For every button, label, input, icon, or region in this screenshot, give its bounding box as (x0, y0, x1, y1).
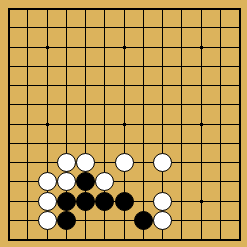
board-cell-5-12[interactable] (95, 230, 114, 247)
board-cell-9-12[interactable] (172, 230, 191, 247)
board-cell-8-4[interactable] (153, 76, 172, 95)
board-cell-6-0[interactable] (114, 0, 133, 18)
board-cell-12-10[interactable] (230, 191, 247, 210)
board-cell-3-9[interactable] (57, 172, 76, 191)
board-cell-3-12[interactable] (57, 230, 76, 247)
board-cell-10-12[interactable] (191, 230, 210, 247)
board-grid (0, 0, 247, 247)
board-cell-9-4[interactable] (172, 76, 191, 95)
board-cell-6-4[interactable] (114, 76, 133, 95)
board-cell-0-1[interactable] (0, 18, 18, 37)
board-cell-4-6[interactable] (76, 114, 95, 133)
go-board (0, 0, 247, 247)
board-cell-4-1[interactable] (76, 18, 95, 37)
board-cell-10-4[interactable] (191, 76, 210, 95)
board-cell-3-8[interactable] (57, 153, 76, 172)
board-cell-10-2[interactable] (191, 37, 210, 56)
board-cell-6-1[interactable] (114, 18, 133, 37)
board-cell-11-12[interactable] (211, 230, 230, 247)
board-cell-1-10[interactable] (18, 191, 37, 210)
white-stone (153, 192, 172, 211)
hoshi-point (46, 46, 49, 49)
board-cell-11-7[interactable] (211, 134, 230, 153)
board-cell-7-3[interactable] (134, 57, 153, 76)
white-stone (76, 153, 95, 172)
board-cell-6-5[interactable] (114, 95, 133, 114)
board-cell-6-3[interactable] (114, 57, 133, 76)
board-cell-10-10[interactable] (191, 191, 210, 210)
board-cell-3-10[interactable] (57, 191, 76, 210)
board-cell-3-4[interactable] (57, 76, 76, 95)
board-cell-5-11[interactable] (95, 211, 114, 230)
board-cell-11-3[interactable] (211, 57, 230, 76)
white-stone (153, 211, 172, 230)
board-cell-1-0[interactable] (18, 0, 37, 18)
board-cell-0-12[interactable] (0, 230, 18, 247)
board-cell-1-9[interactable] (18, 172, 37, 191)
board-cell-7-12[interactable] (134, 230, 153, 247)
board-cell-10-1[interactable] (191, 18, 210, 37)
hoshi-point (200, 46, 203, 49)
white-stone (57, 153, 76, 172)
board-cell-8-5[interactable] (153, 95, 172, 114)
white-stone (95, 172, 114, 191)
black-stone (134, 211, 153, 230)
board-cell-2-1[interactable] (37, 18, 56, 37)
board-cell-0-8[interactable] (0, 153, 18, 172)
board-cell-12-8[interactable] (230, 153, 247, 172)
board-cell-6-12[interactable] (114, 230, 133, 247)
hoshi-point (200, 200, 203, 203)
black-stone (57, 211, 76, 230)
board-cell-9-3[interactable] (172, 57, 191, 76)
board-cell-10-5[interactable] (191, 95, 210, 114)
board-cell-2-12[interactable] (37, 230, 56, 247)
board-cell-3-11[interactable] (57, 211, 76, 230)
board-cell-5-8[interactable] (95, 153, 114, 172)
board-cell-2-4[interactable] (37, 76, 56, 95)
board-cell-0-5[interactable] (0, 95, 18, 114)
board-cell-2-11[interactable] (37, 211, 56, 230)
board-cell-12-11[interactable] (230, 211, 247, 230)
white-stone (57, 172, 76, 191)
board-cell-0-11[interactable] (0, 211, 18, 230)
board-cell-1-3[interactable] (18, 57, 37, 76)
board-cell-4-3[interactable] (76, 57, 95, 76)
board-cell-11-10[interactable] (211, 191, 230, 210)
board-cell-9-11[interactable] (172, 211, 191, 230)
board-cell-3-5[interactable] (57, 95, 76, 114)
board-cell-3-1[interactable] (57, 18, 76, 37)
board-cell-7-11[interactable] (134, 211, 153, 230)
board-cell-11-6[interactable] (211, 114, 230, 133)
board-cell-9-0[interactable] (172, 0, 191, 18)
board-cell-0-6[interactable] (0, 114, 18, 133)
board-cell-7-9[interactable] (134, 172, 153, 191)
board-cell-2-2[interactable] (37, 37, 56, 56)
board-cell-2-9[interactable] (37, 172, 56, 191)
board-cell-6-8[interactable] (114, 153, 133, 172)
hoshi-point (123, 123, 126, 126)
board-cell-12-7[interactable] (230, 134, 247, 153)
board-cell-10-3[interactable] (191, 57, 210, 76)
board-cell-7-2[interactable] (134, 37, 153, 56)
board-cell-0-7[interactable] (0, 134, 18, 153)
black-stone (76, 172, 95, 191)
board-cell-4-11[interactable] (76, 211, 95, 230)
board-cell-8-11[interactable] (153, 211, 172, 230)
board-cell-8-8[interactable] (153, 153, 172, 172)
board-cell-1-6[interactable] (18, 114, 37, 133)
board-cell-1-5[interactable] (18, 95, 37, 114)
white-stone (153, 153, 172, 172)
board-cell-5-7[interactable] (95, 134, 114, 153)
board-cell-7-5[interactable] (134, 95, 153, 114)
board-cell-10-9[interactable] (191, 172, 210, 191)
board-cell-8-9[interactable] (153, 172, 172, 191)
board-cell-12-5[interactable] (230, 95, 247, 114)
hoshi-point (46, 123, 49, 126)
black-stone (95, 192, 114, 211)
board-cell-1-7[interactable] (18, 134, 37, 153)
board-cell-6-7[interactable] (114, 134, 133, 153)
board-cell-12-3[interactable] (230, 57, 247, 76)
board-cell-1-4[interactable] (18, 76, 37, 95)
board-cell-5-3[interactable] (95, 57, 114, 76)
board-cell-2-3[interactable] (37, 57, 56, 76)
board-cell-0-9[interactable] (0, 172, 18, 191)
board-cell-11-4[interactable] (211, 76, 230, 95)
board-cell-10-0[interactable] (191, 0, 210, 18)
board-cell-2-0[interactable] (37, 0, 56, 18)
board-cell-7-0[interactable] (134, 0, 153, 18)
black-stone (76, 192, 95, 211)
board-cell-10-6[interactable] (191, 114, 210, 133)
board-cell-12-9[interactable] (230, 172, 247, 191)
board-cell-5-5[interactable] (95, 95, 114, 114)
board-cell-9-2[interactable] (172, 37, 191, 56)
board-cell-2-7[interactable] (37, 134, 56, 153)
board-cell-8-2[interactable] (153, 37, 172, 56)
board-cell-10-7[interactable] (191, 134, 210, 153)
board-cell-5-1[interactable] (95, 18, 114, 37)
white-stone (38, 172, 57, 191)
board-cell-7-6[interactable] (134, 114, 153, 133)
board-cell-1-11[interactable] (18, 211, 37, 230)
white-stone (38, 192, 57, 211)
board-cell-8-6[interactable] (153, 114, 172, 133)
board-cell-0-10[interactable] (0, 191, 18, 210)
board-cell-4-8[interactable] (76, 153, 95, 172)
board-cell-12-1[interactable] (230, 18, 247, 37)
board-cell-6-2[interactable] (114, 37, 133, 56)
black-stone (57, 192, 76, 211)
board-cell-2-6[interactable] (37, 114, 56, 133)
board-cell-4-2[interactable] (76, 37, 95, 56)
board-cell-7-4[interactable] (134, 76, 153, 95)
board-cell-9-1[interactable] (172, 18, 191, 37)
board-cell-8-1[interactable] (153, 18, 172, 37)
board-cell-3-7[interactable] (57, 134, 76, 153)
board-cell-5-0[interactable] (95, 0, 114, 18)
board-cell-7-1[interactable] (134, 18, 153, 37)
board-cell-4-5[interactable] (76, 95, 95, 114)
board-cell-0-3[interactable] (0, 57, 18, 76)
board-cell-10-8[interactable] (191, 153, 210, 172)
board-cell-5-4[interactable] (95, 76, 114, 95)
board-cell-5-10[interactable] (95, 191, 114, 210)
board-cell-4-4[interactable] (76, 76, 95, 95)
board-cell-6-6[interactable] (114, 114, 133, 133)
board-cell-11-11[interactable] (211, 211, 230, 230)
board-cell-11-5[interactable] (211, 95, 230, 114)
board-cell-4-12[interactable] (76, 230, 95, 247)
board-cell-2-10[interactable] (37, 191, 56, 210)
board-cell-4-0[interactable] (76, 0, 95, 18)
board-cell-12-12[interactable] (230, 230, 247, 247)
board-cell-5-2[interactable] (95, 37, 114, 56)
white-stone (115, 153, 134, 172)
board-cell-11-0[interactable] (211, 0, 230, 18)
board-cell-12-6[interactable] (230, 114, 247, 133)
black-stone (115, 192, 134, 211)
board-cell-6-9[interactable] (114, 172, 133, 191)
board-cell-11-9[interactable] (211, 172, 230, 191)
board-cell-8-0[interactable] (153, 0, 172, 18)
board-cell-0-4[interactable] (0, 76, 18, 95)
board-cell-9-6[interactable] (172, 114, 191, 133)
board-cell-1-1[interactable] (18, 18, 37, 37)
white-stone (38, 211, 57, 230)
board-cell-8-3[interactable] (153, 57, 172, 76)
board-cell-8-7[interactable] (153, 134, 172, 153)
board-cell-6-11[interactable] (114, 211, 133, 230)
board-cell-8-10[interactable] (153, 191, 172, 210)
board-cell-11-8[interactable] (211, 153, 230, 172)
board-cell-9-9[interactable] (172, 172, 191, 191)
board-cell-12-4[interactable] (230, 76, 247, 95)
board-cell-9-8[interactable] (172, 153, 191, 172)
board-cell-3-2[interactable] (57, 37, 76, 56)
board-cell-8-12[interactable] (153, 230, 172, 247)
board-cell-11-1[interactable] (211, 18, 230, 37)
board-cell-9-10[interactable] (172, 191, 191, 210)
hoshi-point (200, 123, 203, 126)
board-cell-0-2[interactable] (0, 37, 18, 56)
board-cell-6-10[interactable] (114, 191, 133, 210)
board-cell-3-3[interactable] (57, 57, 76, 76)
board-cell-11-2[interactable] (211, 37, 230, 56)
board-cell-1-2[interactable] (18, 37, 37, 56)
board-cell-1-12[interactable] (18, 230, 37, 247)
board-cell-4-10[interactable] (76, 191, 95, 210)
board-cell-2-8[interactable] (37, 153, 56, 172)
board-cell-10-11[interactable] (191, 211, 210, 230)
board-cell-4-9[interactable] (76, 172, 95, 191)
board-cell-12-2[interactable] (230, 37, 247, 56)
board-cell-9-5[interactable] (172, 95, 191, 114)
board-cell-2-5[interactable] (37, 95, 56, 114)
board-cell-7-8[interactable] (134, 153, 153, 172)
board-cell-9-7[interactable] (172, 134, 191, 153)
board-cell-1-8[interactable] (18, 153, 37, 172)
board-cell-3-0[interactable] (57, 0, 76, 18)
board-cell-7-7[interactable] (134, 134, 153, 153)
board-cell-4-7[interactable] (76, 134, 95, 153)
board-cell-12-0[interactable] (230, 0, 247, 18)
hoshi-point (123, 46, 126, 49)
board-cell-5-6[interactable] (95, 114, 114, 133)
board-cell-0-0[interactable] (0, 0, 18, 18)
board-cell-7-10[interactable] (134, 191, 153, 210)
board-cell-5-9[interactable] (95, 172, 114, 191)
board-cell-3-6[interactable] (57, 114, 76, 133)
